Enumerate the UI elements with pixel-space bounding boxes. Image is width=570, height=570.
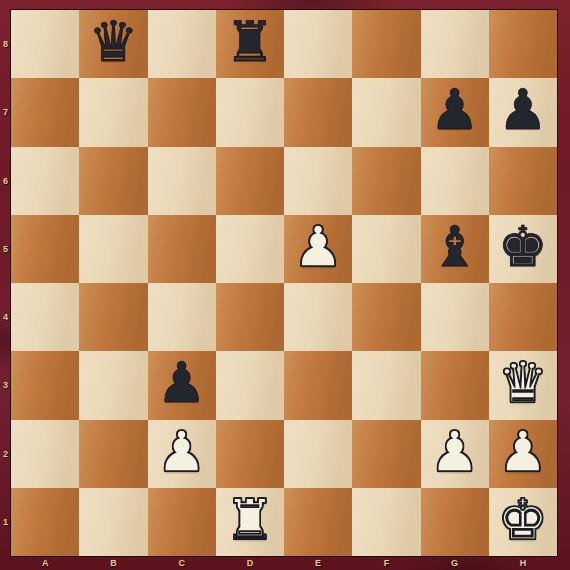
square-f3[interactable]: [352, 351, 420, 419]
file-label-e: E: [284, 555, 352, 570]
square-c6[interactable]: [148, 147, 216, 215]
rank-label-2: 2: [0, 420, 11, 488]
square-h5[interactable]: ♚: [489, 215, 557, 283]
square-a7[interactable]: [11, 78, 79, 146]
square-d6[interactable]: [216, 147, 284, 215]
square-d1[interactable]: ♜: [216, 488, 284, 556]
square-h2[interactable]: ♟: [489, 420, 557, 488]
square-a1[interactable]: [11, 488, 79, 556]
rank-label-4: 4: [0, 283, 11, 351]
square-e4[interactable]: [284, 283, 352, 351]
square-a5[interactable]: [11, 215, 79, 283]
square-e8[interactable]: [284, 10, 352, 78]
rank-label-6: 6: [0, 147, 11, 215]
piece-wp-e5[interactable]: ♟: [293, 219, 343, 275]
square-b4[interactable]: [79, 283, 147, 351]
square-f8[interactable]: [352, 10, 420, 78]
file-label-d: D: [216, 555, 284, 570]
square-a2[interactable]: [11, 420, 79, 488]
square-d8[interactable]: ♜: [216, 10, 284, 78]
square-b8[interactable]: ♛: [79, 10, 147, 78]
square-g7[interactable]: ♟: [421, 78, 489, 146]
board: ♛♜♟♟♟♝♚♟♛♟♟♟♜♚: [11, 10, 557, 556]
file-label-c: C: [148, 555, 216, 570]
piece-bk-h5[interactable]: ♚: [498, 219, 548, 275]
square-f1[interactable]: [352, 488, 420, 556]
square-f4[interactable]: [352, 283, 420, 351]
square-b3[interactable]: [79, 351, 147, 419]
square-c7[interactable]: [148, 78, 216, 146]
square-e2[interactable]: [284, 420, 352, 488]
square-b6[interactable]: [79, 147, 147, 215]
square-f7[interactable]: [352, 78, 420, 146]
square-h3[interactable]: ♛: [489, 351, 557, 419]
square-a4[interactable]: [11, 283, 79, 351]
piece-wp-h2[interactable]: ♟: [498, 424, 548, 480]
rank-labels: 8 7 6 5 4 3 2 1: [0, 10, 11, 556]
square-g1[interactable]: [421, 488, 489, 556]
square-g5[interactable]: ♝: [421, 215, 489, 283]
square-d7[interactable]: [216, 78, 284, 146]
piece-wr-d1[interactable]: ♜: [225, 492, 275, 548]
file-label-h: H: [489, 555, 557, 570]
square-d3[interactable]: [216, 351, 284, 419]
file-label-b: B: [79, 555, 147, 570]
square-c8[interactable]: [148, 10, 216, 78]
file-label-g: G: [421, 555, 489, 570]
square-d4[interactable]: [216, 283, 284, 351]
square-b7[interactable]: [79, 78, 147, 146]
square-g2[interactable]: ♟: [421, 420, 489, 488]
square-c4[interactable]: [148, 283, 216, 351]
rank-label-5: 5: [0, 215, 11, 283]
square-f2[interactable]: [352, 420, 420, 488]
square-b1[interactable]: [79, 488, 147, 556]
rank-label-8: 8: [0, 10, 11, 78]
rank-label-3: 3: [0, 351, 11, 419]
file-label-a: A: [11, 555, 79, 570]
piece-wk-h1[interactable]: ♚: [498, 492, 548, 548]
square-f6[interactable]: [352, 147, 420, 215]
square-d5[interactable]: [216, 215, 284, 283]
square-g4[interactable]: [421, 283, 489, 351]
square-g3[interactable]: [421, 351, 489, 419]
piece-wq-h3[interactable]: ♛: [498, 355, 548, 411]
square-h7[interactable]: ♟: [489, 78, 557, 146]
square-c2[interactable]: ♟: [148, 420, 216, 488]
square-h4[interactable]: [489, 283, 557, 351]
piece-wp-c2[interactable]: ♟: [157, 424, 207, 480]
square-e6[interactable]: [284, 147, 352, 215]
square-h8[interactable]: [489, 10, 557, 78]
chess-board-frame: 8 7 6 5 4 3 2 1 ♛♜♟♟♟♝♚♟♛♟♟♟♜♚ A B C D E…: [0, 0, 570, 570]
file-labels: A B C D E F G H: [11, 555, 557, 570]
piece-bp-h7[interactable]: ♟: [498, 82, 548, 138]
square-d2[interactable]: [216, 420, 284, 488]
square-h1[interactable]: ♚: [489, 488, 557, 556]
square-c5[interactable]: [148, 215, 216, 283]
piece-wp-g2[interactable]: ♟: [430, 424, 480, 480]
square-a6[interactable]: [11, 147, 79, 215]
piece-bp-g7[interactable]: ♟: [430, 82, 480, 138]
rank-label-1: 1: [0, 488, 11, 556]
square-f5[interactable]: [352, 215, 420, 283]
square-a3[interactable]: [11, 351, 79, 419]
file-label-f: F: [352, 555, 420, 570]
square-e1[interactable]: [284, 488, 352, 556]
square-g8[interactable]: [421, 10, 489, 78]
square-e7[interactable]: [284, 78, 352, 146]
square-c1[interactable]: [148, 488, 216, 556]
square-c3[interactable]: ♟: [148, 351, 216, 419]
square-g6[interactable]: [421, 147, 489, 215]
square-e5[interactable]: ♟: [284, 215, 352, 283]
square-b2[interactable]: [79, 420, 147, 488]
square-b5[interactable]: [79, 215, 147, 283]
piece-bb-g5[interactable]: ♝: [430, 219, 480, 275]
square-e3[interactable]: [284, 351, 352, 419]
piece-bp-c3[interactable]: ♟: [157, 355, 207, 411]
rank-label-7: 7: [0, 78, 11, 146]
square-h6[interactable]: [489, 147, 557, 215]
piece-br-d8[interactable]: ♜: [225, 14, 275, 70]
square-a8[interactable]: [11, 10, 79, 78]
piece-bq-b8[interactable]: ♛: [88, 14, 138, 70]
